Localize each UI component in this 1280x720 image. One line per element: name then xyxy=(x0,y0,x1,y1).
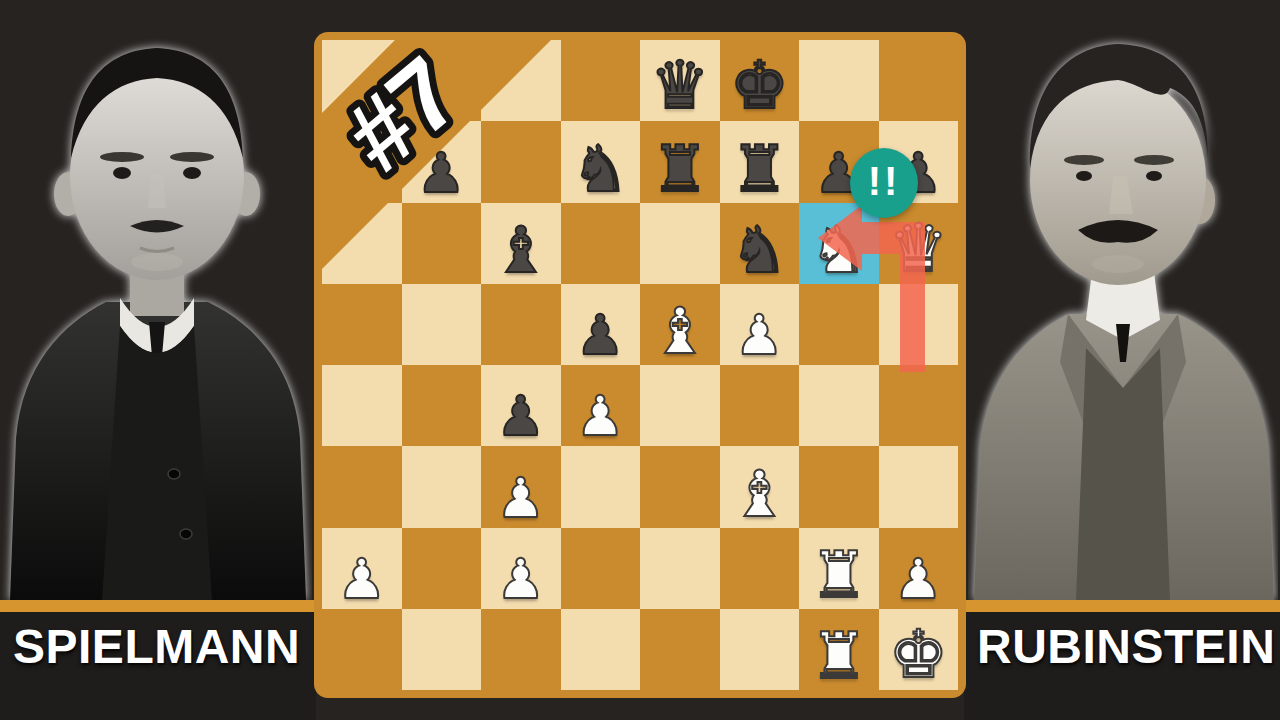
piece-black-knight-f6: ♞ xyxy=(720,203,800,284)
piece-white-pawn-a2: ♟ xyxy=(322,528,402,609)
piece-black-rook-f7: ♜ xyxy=(720,121,800,202)
piece-white-bishop-f3: ♝ xyxy=(720,446,800,527)
brilliant-move-badge: !! xyxy=(850,148,918,218)
piece-black-pawn-c4: ♟ xyxy=(481,365,561,446)
right-accent-strip xyxy=(962,600,1280,612)
rubinstein-portrait xyxy=(968,6,1278,600)
spielmann-photo-illustration xyxy=(2,6,312,600)
piece-white-knight-g6: ♞ xyxy=(799,203,879,284)
piece-black-queen-e8: ♛ xyxy=(640,40,720,121)
piece-white-pawn-h2: ♟ xyxy=(879,528,959,609)
thumbnail-stage: SPIELMANN xyxy=(0,0,1280,720)
piece-white-bishop-e5: ♝ xyxy=(640,284,720,365)
piece-black-king-f8: ♚ xyxy=(720,40,800,121)
rubinstein-photo-illustration xyxy=(968,6,1278,600)
brilliant-move-text: !! xyxy=(868,159,901,208)
left-accent-strip xyxy=(0,600,318,612)
piece-white-rook-g1: ♜ xyxy=(799,609,879,690)
spielmann-portrait xyxy=(2,6,312,600)
piece-black-rook-e7: ♜ xyxy=(640,121,720,202)
chess-board: ♛♚♟♞♜♜♟♟♝♞♞♛♟♝♟♟♟♟♝♟♟♜♟♜♚ #7 !! xyxy=(314,32,966,698)
piece-white-pawn-f5: ♟ xyxy=(720,284,800,365)
piece-white-pawn-c2: ♟ xyxy=(481,528,561,609)
piece-white-king-h1: ♚ xyxy=(879,609,959,690)
episode-number-badge: #7 xyxy=(292,14,522,224)
right-player-name: RUBINSTEIN xyxy=(964,612,1280,672)
episode-number-text: #7 xyxy=(323,35,480,192)
piece-white-rook-g2: ♜ xyxy=(799,528,879,609)
right-name-band: RUBINSTEIN xyxy=(964,612,1280,720)
piece-black-knight-d7: ♞ xyxy=(561,121,641,202)
left-name-band: SPIELMANN xyxy=(0,612,316,720)
piece-white-pawn-d4: ♟ xyxy=(561,365,641,446)
left-player-name: SPIELMANN xyxy=(0,612,316,672)
piece-black-pawn-d5: ♟ xyxy=(561,284,641,365)
piece-white-pawn-c3: ♟ xyxy=(481,446,561,527)
